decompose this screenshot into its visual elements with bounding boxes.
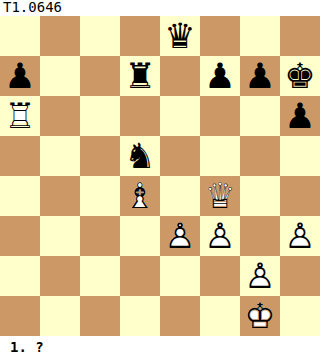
square-f2[interactable] <box>200 256 240 296</box>
square-b5[interactable] <box>40 136 80 176</box>
black-pawn[interactable]: ♟ <box>240 56 280 96</box>
white-pawn[interactable]: ♟♙ <box>280 216 320 256</box>
white-pawn-outline: ♙ <box>280 216 320 256</box>
square-h2[interactable] <box>280 256 320 296</box>
square-h7[interactable]: ♚ <box>280 56 320 96</box>
square-b7[interactable] <box>40 56 80 96</box>
white-bishop[interactable]: ♝♗ <box>120 176 160 216</box>
square-g3[interactable] <box>240 216 280 256</box>
square-c7[interactable] <box>80 56 120 96</box>
square-h8[interactable] <box>280 16 320 56</box>
square-c4[interactable] <box>80 176 120 216</box>
white-rook-outline: ♖ <box>0 96 40 136</box>
square-d3[interactable] <box>120 216 160 256</box>
square-h4[interactable] <box>280 176 320 216</box>
white-pawn[interactable]: ♟♙ <box>240 256 280 296</box>
white-pawn-outline: ♙ <box>240 256 280 296</box>
square-a7[interactable]: ♟ <box>0 56 40 96</box>
square-b4[interactable] <box>40 176 80 216</box>
square-h5[interactable] <box>280 136 320 176</box>
square-d6[interactable] <box>120 96 160 136</box>
chess-board: ♛♟♜♟♟♚♜♖♟♞♝♗♛♕♟♙♟♙♟♙♟♙♚♔ <box>0 16 320 336</box>
square-e7[interactable] <box>160 56 200 96</box>
square-a8[interactable] <box>0 16 40 56</box>
square-f3[interactable]: ♟♙ <box>200 216 240 256</box>
square-c3[interactable] <box>80 216 120 256</box>
black-rook[interactable]: ♜ <box>120 56 160 96</box>
square-d4[interactable]: ♝♗ <box>120 176 160 216</box>
black-pawn-glyph: ♟ <box>200 56 240 96</box>
black-queen-glyph: ♛ <box>160 16 200 56</box>
square-f1[interactable] <box>200 296 240 336</box>
square-f7[interactable]: ♟ <box>200 56 240 96</box>
white-king[interactable]: ♚♔ <box>240 296 280 336</box>
square-f6[interactable] <box>200 96 240 136</box>
square-a2[interactable] <box>0 256 40 296</box>
square-a6[interactable]: ♜♖ <box>0 96 40 136</box>
black-pawn-glyph: ♟ <box>240 56 280 96</box>
square-e6[interactable] <box>160 96 200 136</box>
square-c2[interactable] <box>80 256 120 296</box>
square-h3[interactable]: ♟♙ <box>280 216 320 256</box>
square-c6[interactable] <box>80 96 120 136</box>
square-e4[interactable] <box>160 176 200 216</box>
square-e8[interactable]: ♛ <box>160 16 200 56</box>
square-g8[interactable] <box>240 16 280 56</box>
square-h1[interactable] <box>280 296 320 336</box>
square-d8[interactable] <box>120 16 160 56</box>
square-c8[interactable] <box>80 16 120 56</box>
square-g4[interactable] <box>240 176 280 216</box>
white-pawn-outline: ♙ <box>200 216 240 256</box>
square-b6[interactable] <box>40 96 80 136</box>
square-d2[interactable] <box>120 256 160 296</box>
black-king-glyph: ♚ <box>280 56 320 96</box>
square-a5[interactable] <box>0 136 40 176</box>
white-bishop-outline: ♗ <box>120 176 160 216</box>
puzzle-id: T1.0646 <box>0 0 320 16</box>
black-rook-glyph: ♜ <box>120 56 160 96</box>
square-e2[interactable] <box>160 256 200 296</box>
square-f8[interactable] <box>200 16 240 56</box>
square-f4[interactable]: ♛♕ <box>200 176 240 216</box>
square-g6[interactable] <box>240 96 280 136</box>
square-e5[interactable] <box>160 136 200 176</box>
black-pawn[interactable]: ♟ <box>0 56 40 96</box>
square-g7[interactable]: ♟ <box>240 56 280 96</box>
square-h6[interactable]: ♟ <box>280 96 320 136</box>
black-pawn[interactable]: ♟ <box>200 56 240 96</box>
square-a4[interactable] <box>0 176 40 216</box>
square-d7[interactable]: ♜ <box>120 56 160 96</box>
black-pawn-glyph: ♟ <box>0 56 40 96</box>
white-pawn[interactable]: ♟♙ <box>160 216 200 256</box>
black-knight[interactable]: ♞ <box>120 136 160 176</box>
white-queen[interactable]: ♛♕ <box>200 176 240 216</box>
square-b2[interactable] <box>40 256 80 296</box>
square-d5[interactable]: ♞ <box>120 136 160 176</box>
square-a1[interactable] <box>0 296 40 336</box>
white-pawn-outline: ♙ <box>160 216 200 256</box>
black-queen[interactable]: ♛ <box>160 16 200 56</box>
square-g2[interactable]: ♟♙ <box>240 256 280 296</box>
black-king[interactable]: ♚ <box>280 56 320 96</box>
black-pawn[interactable]: ♟ <box>280 96 320 136</box>
white-rook[interactable]: ♜♖ <box>0 96 40 136</box>
square-g5[interactable] <box>240 136 280 176</box>
black-pawn-glyph: ♟ <box>280 96 320 136</box>
square-e1[interactable] <box>160 296 200 336</box>
move-prompt: 1. ? <box>0 336 320 360</box>
square-d1[interactable] <box>120 296 160 336</box>
square-c5[interactable] <box>80 136 120 176</box>
square-b8[interactable] <box>40 16 80 56</box>
white-queen-outline: ♕ <box>200 176 240 216</box>
black-knight-glyph: ♞ <box>120 136 160 176</box>
white-king-outline: ♔ <box>240 296 280 336</box>
square-g1[interactable]: ♚♔ <box>240 296 280 336</box>
square-c1[interactable] <box>80 296 120 336</box>
square-b1[interactable] <box>40 296 80 336</box>
square-a3[interactable] <box>0 216 40 256</box>
square-b3[interactable] <box>40 216 80 256</box>
square-e3[interactable]: ♟♙ <box>160 216 200 256</box>
square-f5[interactable] <box>200 136 240 176</box>
white-pawn[interactable]: ♟♙ <box>200 216 240 256</box>
